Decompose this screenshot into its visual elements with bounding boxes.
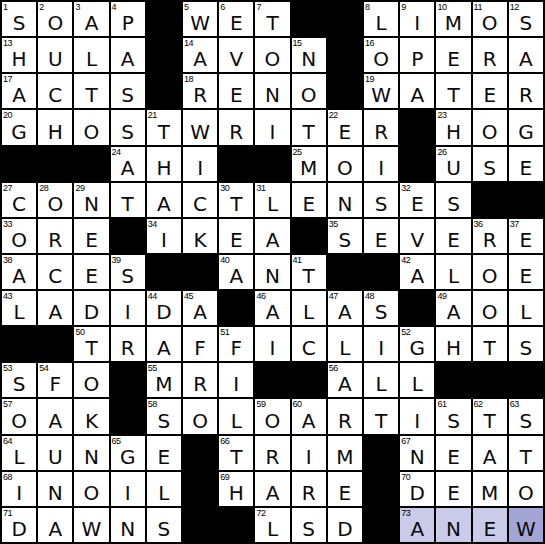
cell-r15c1[interactable]: 71D <box>2 508 36 542</box>
cell-r5c11[interactable]: I <box>364 147 398 181</box>
cell-letter: E <box>147 436 181 470</box>
cell-r15c15[interactable]: W <box>509 508 543 542</box>
cell-r8c8[interactable]: N <box>255 255 289 289</box>
cell-letter: G <box>400 327 434 361</box>
cell-r1c4[interactable]: 4P <box>111 2 145 36</box>
cell-letter: N <box>74 436 108 470</box>
cell-letter: R <box>219 110 253 144</box>
cell-r1c13[interactable]: 10M <box>436 2 470 36</box>
cell-letter: T <box>436 74 470 108</box>
cell-r12c5[interactable]: 58S <box>147 399 181 433</box>
cell-r8c14[interactable]: O <box>473 255 507 289</box>
cell-r10c9[interactable]: C <box>292 327 326 361</box>
cell-r4c14[interactable]: O <box>473 110 507 144</box>
black-cell <box>364 472 398 506</box>
cell-letter: A <box>2 255 36 289</box>
cell-r11c1[interactable]: 53S <box>2 363 36 397</box>
cell-letter: V <box>219 38 253 72</box>
cell-letter: S <box>111 255 145 289</box>
black-cell <box>473 183 507 217</box>
cell-r3c3[interactable]: T <box>74 74 108 108</box>
cell-r13c7[interactable]: 66T <box>219 436 253 470</box>
cell-r12c11[interactable]: T <box>364 399 398 433</box>
cell-r3c1[interactable]: 17A <box>2 74 36 108</box>
cell-letter: R <box>509 74 543 108</box>
cell-letter: N <box>255 74 289 108</box>
black-cell <box>436 363 470 397</box>
cell-r1c8[interactable]: 7T <box>255 2 289 36</box>
cell-r7c10[interactable]: 35S <box>328 219 362 253</box>
cell-r6c6[interactable]: C <box>183 183 217 217</box>
cell-r13c5[interactable]: E <box>147 436 181 470</box>
black-cell <box>147 2 181 36</box>
cell-r13c12[interactable]: 67N <box>400 436 434 470</box>
cell-r12c2[interactable]: A <box>38 399 72 433</box>
cell-letter: I <box>219 363 253 397</box>
cell-letter: S <box>111 110 145 144</box>
cell-r7c11[interactable]: E <box>364 219 398 253</box>
cell-letter: N <box>400 436 434 470</box>
cell-r8c15[interactable]: E <box>509 255 543 289</box>
cell-letter: H <box>2 38 36 72</box>
cell-r15c9[interactable]: S <box>292 508 326 542</box>
cell-r10c4[interactable]: R <box>111 327 145 361</box>
cell-r5c4[interactable]: 24A <box>111 147 145 181</box>
crossword-grid: 1S2O3A4P5W6E7T8L9I10M11O12S13HULA14AVO15… <box>0 0 545 544</box>
cell-r13c14[interactable]: A <box>473 436 507 470</box>
cell-letter: O <box>74 110 108 144</box>
cell-letter: E <box>328 110 362 144</box>
cell-letter: D <box>2 508 36 542</box>
cell-letter: T <box>255 2 289 36</box>
cell-r10c11[interactable]: I <box>364 327 398 361</box>
cell-r4c15[interactable]: G <box>509 110 543 144</box>
cell-r6c9[interactable]: E <box>292 183 326 217</box>
cell-r9c5[interactable]: 44D <box>147 291 181 325</box>
cell-r14c5[interactable]: L <box>147 472 181 506</box>
cell-r14c2[interactable]: N <box>38 472 72 506</box>
cell-r8c3[interactable]: E <box>74 255 108 289</box>
cell-r13c10[interactable]: M <box>328 436 362 470</box>
cell-letter: O <box>38 183 72 217</box>
cell-letter: R <box>328 399 362 433</box>
black-cell <box>473 363 507 397</box>
black-cell <box>111 219 145 253</box>
cell-letter: L <box>436 255 470 289</box>
cell-r9c8[interactable]: 46A <box>255 291 289 325</box>
cell-r8c2[interactable]: C <box>38 255 72 289</box>
cell-r2c7[interactable]: V <box>219 38 253 72</box>
cell-r12c6[interactable]: O <box>183 399 217 433</box>
cell-r9c9[interactable]: L <box>292 291 326 325</box>
cell-r13c13[interactable]: E <box>436 436 470 470</box>
cell-r7c8[interactable]: A <box>255 219 289 253</box>
cell-letter: A <box>292 399 326 433</box>
cell-r14c9[interactable]: R <box>292 472 326 506</box>
cell-letter: W <box>183 110 217 144</box>
cell-letter: R <box>364 110 398 144</box>
cell-r14c15[interactable]: O <box>509 472 543 506</box>
cell-r8c13[interactable]: L <box>436 255 470 289</box>
cell-letter: M <box>292 147 326 181</box>
black-cell <box>400 110 434 144</box>
cell-r3c9[interactable]: O <box>292 74 326 108</box>
cell-r3c7[interactable]: E <box>219 74 253 108</box>
black-cell <box>219 291 253 325</box>
cell-r3c15[interactable]: R <box>509 74 543 108</box>
cell-r7c13[interactable]: E <box>436 219 470 253</box>
cell-r1c1[interactable]: 1S <box>2 2 36 36</box>
cell-letter: G <box>509 110 543 144</box>
cell-letter: A <box>400 255 434 289</box>
cell-letter: D <box>328 508 362 542</box>
cell-r2c15[interactable]: A <box>509 38 543 72</box>
cell-r14c4[interactable]: I <box>111 472 145 506</box>
cell-r15c10[interactable]: D <box>328 508 362 542</box>
cell-r3c12[interactable]: A <box>400 74 434 108</box>
cell-r2c8[interactable]: O <box>255 38 289 72</box>
cell-r12c13[interactable]: 61S <box>436 399 470 433</box>
cell-letter: V <box>400 219 434 253</box>
cell-r3c11[interactable]: 19W <box>364 74 398 108</box>
cell-letter: R <box>111 327 145 361</box>
cell-r10c10[interactable]: L <box>328 327 362 361</box>
cell-letter: A <box>111 38 145 72</box>
cell-r14c8[interactable]: A <box>255 472 289 506</box>
cell-r13c8[interactable]: R <box>255 436 289 470</box>
cell-letter: S <box>509 399 543 433</box>
cell-r14c13[interactable]: E <box>436 472 470 506</box>
cell-r7c2[interactable]: R <box>38 219 72 253</box>
cell-r12c3[interactable]: K <box>74 399 108 433</box>
cell-letter: C <box>292 327 326 361</box>
cell-r15c3[interactable]: W <box>74 508 108 542</box>
cell-r2c4[interactable]: A <box>111 38 145 72</box>
cell-letter: H <box>38 110 72 144</box>
cell-r4c10[interactable]: 22E <box>328 110 362 144</box>
cell-letter: D <box>147 291 181 325</box>
cell-r6c4[interactable]: T <box>111 183 145 217</box>
cell-letter: E <box>509 219 543 253</box>
cell-r6c8[interactable]: 31L <box>255 183 289 217</box>
cell-r2c12[interactable]: P <box>400 38 434 72</box>
cell-letter: T <box>74 327 108 361</box>
cell-r2c14[interactable]: R <box>473 38 507 72</box>
cell-letter: S <box>436 183 470 217</box>
black-cell <box>38 327 72 361</box>
cell-letter: E <box>219 219 253 253</box>
cell-r10c5[interactable]: A <box>147 327 181 361</box>
cell-letter: L <box>292 291 326 325</box>
cell-r8c4[interactable]: 39S <box>111 255 145 289</box>
cell-r13c1[interactable]: 64L <box>2 436 36 470</box>
cell-letter: T <box>364 399 398 433</box>
cell-letter: S <box>328 219 362 253</box>
cell-r8c1[interactable]: 38A <box>2 255 36 289</box>
cell-r5c9[interactable]: 25M <box>292 147 326 181</box>
cell-r15c5[interactable]: S <box>147 508 181 542</box>
cell-letter: A <box>255 219 289 253</box>
cell-r7c14[interactable]: 36R <box>473 219 507 253</box>
cell-letter: E <box>436 436 470 470</box>
cell-r2c2[interactable]: U <box>38 38 72 72</box>
cell-letter: A <box>255 291 289 325</box>
cell-r12c8[interactable]: 59O <box>255 399 289 433</box>
cell-r2c3[interactable]: L <box>74 38 108 72</box>
cell-letter: T <box>509 436 543 470</box>
cell-r4c5[interactable]: 21T <box>147 110 181 144</box>
cell-r12c7[interactable]: L <box>219 399 253 433</box>
cell-r12c12[interactable]: I <box>400 399 434 433</box>
cell-r4c2[interactable]: H <box>38 110 72 144</box>
cell-r13c9[interactable]: I <box>292 436 326 470</box>
cell-r9c14[interactable]: O <box>473 291 507 325</box>
cell-r15c13[interactable]: N <box>436 508 470 542</box>
black-cell <box>111 399 145 433</box>
cell-r15c4[interactable]: N <box>111 508 145 542</box>
cell-r4c4[interactable]: S <box>111 110 145 144</box>
cell-letter: R <box>473 38 507 72</box>
cell-letter: E <box>328 472 362 506</box>
cell-r4c9[interactable]: T <box>292 110 326 144</box>
cell-letter: T <box>292 110 326 144</box>
cell-r5c5[interactable]: H <box>147 147 181 181</box>
cell-r10c13[interactable]: H <box>436 327 470 361</box>
cell-letter: T <box>74 74 108 108</box>
black-cell <box>183 436 217 470</box>
cell-r7c3[interactable]: E <box>74 219 108 253</box>
cell-r1c11[interactable]: 8L <box>364 2 398 36</box>
cell-letter: A <box>147 183 181 217</box>
cell-r1c14[interactable]: 11O <box>473 2 507 36</box>
cell-r8c12[interactable]: 42A <box>400 255 434 289</box>
cell-r13c15[interactable]: T <box>509 436 543 470</box>
cell-r10c14[interactable]: T <box>473 327 507 361</box>
cell-r12c15[interactable]: 63S <box>509 399 543 433</box>
cell-letter: O <box>473 2 507 36</box>
cell-r10c8[interactable]: I <box>255 327 289 361</box>
cell-r1c15[interactable]: 12S <box>509 2 543 36</box>
cell-r9c4[interactable]: I <box>111 291 145 325</box>
cell-r10c12[interactable]: 52G <box>400 327 434 361</box>
cell-letter: E <box>219 2 253 36</box>
cell-r14c14[interactable]: M <box>473 472 507 506</box>
cell-r11c10[interactable]: 56A <box>328 363 362 397</box>
cell-r14c7[interactable]: 69H <box>219 472 253 506</box>
cell-letter: C <box>2 183 36 217</box>
cell-r8c9[interactable]: 41T <box>292 255 326 289</box>
cell-r5c14[interactable]: S <box>473 147 507 181</box>
cell-letter: E <box>473 74 507 108</box>
cell-r5c15[interactable]: E <box>509 147 543 181</box>
cell-letter: P <box>400 38 434 72</box>
cell-letter: G <box>111 436 145 470</box>
cell-letter: L <box>147 472 181 506</box>
cell-letter: L <box>2 291 36 325</box>
cell-r9c3[interactable]: D <box>74 291 108 325</box>
cell-r4c7[interactable]: R <box>219 110 253 144</box>
cell-letter: O <box>328 147 362 181</box>
cell-r6c3[interactable]: 29N <box>74 183 108 217</box>
cell-r7c6[interactable]: K <box>183 219 217 253</box>
cell-letter: I <box>111 472 145 506</box>
cell-letter: S <box>509 2 543 36</box>
black-cell <box>219 147 253 181</box>
cell-r15c2[interactable]: A <box>38 508 72 542</box>
cell-r3c8[interactable]: N <box>255 74 289 108</box>
cell-letter: U <box>38 38 72 72</box>
cell-letter: D <box>400 472 434 506</box>
cell-letter: E <box>364 219 398 253</box>
cell-r7c15[interactable]: 37E <box>509 219 543 253</box>
cell-letter: T <box>473 399 507 433</box>
cell-r14c1[interactable]: 68I <box>2 472 36 506</box>
cell-r5c6[interactable]: I <box>183 147 217 181</box>
cell-letter: E <box>509 255 543 289</box>
cell-r12c14[interactable]: 62T <box>473 399 507 433</box>
cell-r10c15[interactable]: S <box>509 327 543 361</box>
cell-letter: O <box>473 110 507 144</box>
cell-r9c6[interactable]: 45A <box>183 291 217 325</box>
cell-r7c1[interactable]: 33O <box>2 219 36 253</box>
cell-letter: A <box>38 291 72 325</box>
cell-letter: T <box>292 255 326 289</box>
cell-r2c9[interactable]: 15N <box>292 38 326 72</box>
black-cell <box>255 147 289 181</box>
cell-letter: O <box>255 399 289 433</box>
cell-letter: W <box>74 508 108 542</box>
cell-r5c13[interactable]: 26U <box>436 147 470 181</box>
cell-r1c7[interactable]: 6E <box>219 2 253 36</box>
cell-r6c10[interactable]: N <box>328 183 362 217</box>
cell-letter: E <box>509 147 543 181</box>
cell-r9c11[interactable]: 48S <box>364 291 398 325</box>
cell-r9c13[interactable]: 49A <box>436 291 470 325</box>
cell-r15c12[interactable]: 73A <box>400 508 434 542</box>
cell-r1c6[interactable]: 5W <box>183 2 217 36</box>
cell-r11c3[interactable]: O <box>74 363 108 397</box>
cell-r14c3[interactable]: O <box>74 472 108 506</box>
cell-letter: C <box>38 74 72 108</box>
cell-r6c5[interactable]: A <box>147 183 181 217</box>
cell-r11c2[interactable]: 54F <box>38 363 72 397</box>
cell-letter: H <box>147 147 181 181</box>
black-cell <box>328 38 362 72</box>
cell-r13c4[interactable]: 65G <box>111 436 145 470</box>
cell-r5c10[interactable]: O <box>328 147 362 181</box>
cell-r2c1[interactable]: 13H <box>2 38 36 72</box>
cell-r9c15[interactable]: L <box>509 291 543 325</box>
cell-r4c13[interactable]: 23H <box>436 110 470 144</box>
cell-r11c5[interactable]: 55M <box>147 363 181 397</box>
cell-r1c12[interactable]: 9I <box>400 2 434 36</box>
cell-r15c14[interactable]: E <box>473 508 507 542</box>
cell-r4c8[interactable]: I <box>255 110 289 144</box>
cell-r10c3[interactable]: 50T <box>74 327 108 361</box>
cell-letter: S <box>292 508 326 542</box>
cell-r13c2[interactable]: U <box>38 436 72 470</box>
cell-r13c3[interactable]: N <box>74 436 108 470</box>
cell-letter: U <box>38 436 72 470</box>
cell-r9c1[interactable]: 43L <box>2 291 36 325</box>
black-cell <box>364 508 398 542</box>
cell-letter: G <box>2 110 36 144</box>
black-cell <box>328 255 362 289</box>
cell-r6c2[interactable]: 28O <box>38 183 72 217</box>
cell-r3c6[interactable]: 18R <box>183 74 217 108</box>
black-cell <box>219 508 253 542</box>
cell-r6c7[interactable]: 30T <box>219 183 253 217</box>
cell-r2c13[interactable]: E <box>436 38 470 72</box>
cell-r2c6[interactable]: 14A <box>183 38 217 72</box>
cell-r12c10[interactable]: R <box>328 399 362 433</box>
cell-letter: P <box>111 2 145 36</box>
cell-r9c2[interactable]: A <box>38 291 72 325</box>
cell-r4c6[interactable]: W <box>183 110 217 144</box>
cell-r8c7[interactable]: 40A <box>219 255 253 289</box>
cell-r3c13[interactable]: T <box>436 74 470 108</box>
cell-r10c6[interactable]: F <box>183 327 217 361</box>
cell-letter: W <box>364 74 398 108</box>
cell-letter: A <box>328 291 362 325</box>
black-cell <box>364 436 398 470</box>
black-cell <box>183 255 217 289</box>
cell-r3c2[interactable]: C <box>38 74 72 108</box>
cell-r7c12[interactable]: V <box>400 219 434 253</box>
cell-r1c2[interactable]: 2O <box>38 2 72 36</box>
cell-r14c12[interactable]: 70D <box>400 472 434 506</box>
cell-r10c7[interactable]: 51F <box>219 327 253 361</box>
cell-r3c4[interactable]: S <box>111 74 145 108</box>
black-cell <box>183 508 217 542</box>
cell-r11c12[interactable]: L <box>400 363 434 397</box>
cell-r11c6[interactable]: R <box>183 363 217 397</box>
cell-r12c9[interactable]: 60A <box>292 399 326 433</box>
cell-r9c10[interactable]: 47A <box>328 291 362 325</box>
black-cell <box>147 74 181 108</box>
cell-letter: A <box>400 508 434 542</box>
cell-r4c3[interactable]: O <box>74 110 108 144</box>
cell-letter: R <box>292 472 326 506</box>
cell-r2c11[interactable]: 16O <box>364 38 398 72</box>
cell-r11c11[interactable]: L <box>364 363 398 397</box>
cell-r11c7[interactable]: I <box>219 363 253 397</box>
cell-letter: M <box>473 472 507 506</box>
cell-r6c13[interactable]: S <box>436 183 470 217</box>
black-cell <box>400 291 434 325</box>
cell-r14c10[interactable]: E <box>328 472 362 506</box>
cell-letter: O <box>509 472 543 506</box>
cell-r6c12[interactable]: 32E <box>400 183 434 217</box>
cell-r12c1[interactable]: 57O <box>2 399 36 433</box>
cell-r3c14[interactable]: E <box>473 74 507 108</box>
cell-r7c7[interactable]: E <box>219 219 253 253</box>
cell-r15c8[interactable]: 72L <box>255 508 289 542</box>
cell-letter: E <box>400 183 434 217</box>
cell-letter: T <box>473 327 507 361</box>
cell-r4c1[interactable]: 20G <box>2 110 36 144</box>
cell-r1c3[interactable]: 3A <box>74 2 108 36</box>
cell-letter: N <box>436 508 470 542</box>
cell-r4c11[interactable]: R <box>364 110 398 144</box>
cell-r6c1[interactable]: 27C <box>2 183 36 217</box>
cell-r7c5[interactable]: 34I <box>147 219 181 253</box>
cell-letter: L <box>364 363 398 397</box>
cell-r6c11[interactable]: S <box>364 183 398 217</box>
cell-letter: A <box>328 363 362 397</box>
cell-letter: N <box>328 183 362 217</box>
black-cell <box>2 327 36 361</box>
